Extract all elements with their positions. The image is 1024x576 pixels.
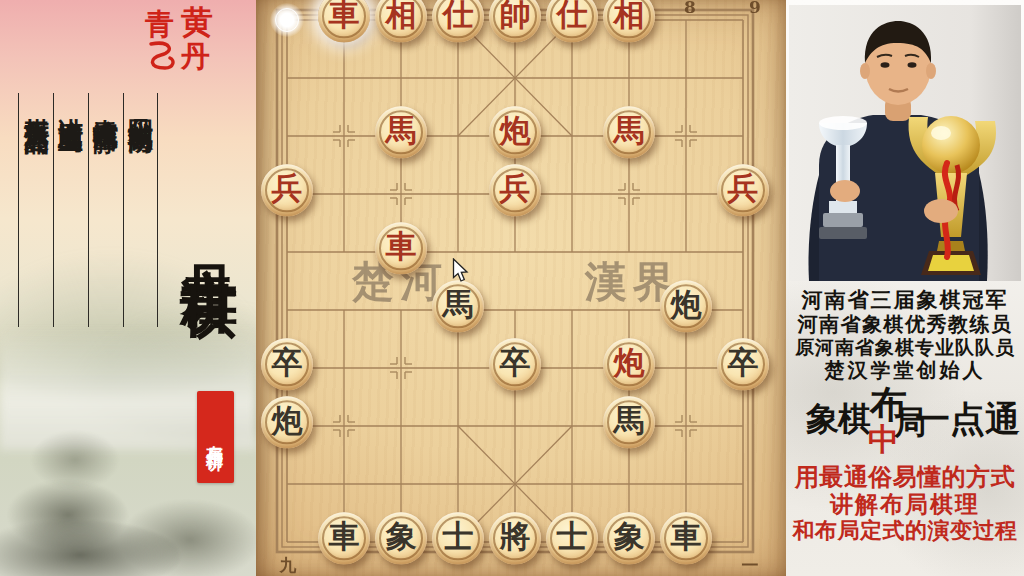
piece-glyph: 馬 (443, 284, 474, 326)
piece-glyph: 卒 (728, 342, 759, 384)
piece-glyph: 炮 (500, 110, 531, 152)
bio-line-1: 河南省三届象棋冠军 (786, 286, 1024, 314)
poem-column-4: 棋玄不厌通高品 (19, 98, 53, 298)
board-grid: 楚河漢界89九一 (256, 0, 786, 576)
piece-glyph: 相 (614, 0, 645, 36)
piece-glyph: 炮 (614, 342, 645, 384)
piece-glyph: 馬 (386, 110, 417, 152)
piece-glyph: 車 (329, 516, 360, 558)
logo-text: 象棋 (806, 402, 870, 435)
svg-text:9: 9 (749, 0, 761, 17)
xiangqi-board[interactable]: 楚河漢界89九一 車相仕帥仕相馬炮馬兵兵兵車炮馬炮卒卒卒炮馬車象士將士象車 (256, 0, 786, 576)
logo-accent-char: 中 (868, 424, 899, 455)
seal-flourish (145, 40, 179, 76)
piece-black-chariot[interactable]: 車 (318, 512, 370, 564)
seal-char: 青 (145, 10, 174, 39)
piece-black-elephant[interactable]: 象 (375, 512, 427, 564)
logo-text: 局 (894, 406, 926, 438)
mouse-cursor (452, 258, 470, 284)
piece-glyph: 車 (671, 516, 702, 558)
piece-glyph: 兵 (272, 168, 303, 210)
piece-glyph: 卒 (500, 342, 531, 384)
piece-black-pawn[interactable]: 卒 (489, 338, 541, 390)
piece-red-chariot[interactable]: 車 (375, 222, 427, 274)
piece-glyph: 將 (500, 516, 531, 558)
bio-line-4: 楚汉学堂创始人 (786, 357, 1024, 384)
channel-title: 丹青讲棋 (179, 86, 241, 376)
piece-glyph: 帥 (500, 0, 531, 36)
video-frame: 青 黄 丹 丹青讲棋 丹阳城南秋海阴 青嶂浅深当雨静 讲席旧逢山鸟至 棋玄不厌通… (0, 0, 1024, 576)
piece-glyph: 相 (386, 0, 417, 36)
piece-glyph: 炮 (272, 400, 303, 442)
seal-char: 丹 (181, 42, 210, 71)
poem-column-2: 青嶂浅深当雨静 (88, 98, 122, 298)
right-coach-panel: 河南省三届象棋冠军 河南省象棋优秀教练员 原河南省象棋专业队队员 楚汉学堂创始人… (786, 0, 1024, 576)
column-divider (157, 93, 158, 327)
piece-black-horse[interactable]: 馬 (603, 396, 655, 448)
piece-red-pawn[interactable]: 兵 (261, 164, 313, 216)
poem-column-1: 丹阳城南秋海阴 (123, 98, 157, 298)
left-calligraphy-panel: 青 黄 丹 丹青讲棋 丹阳城南秋海阴 青嶂浅深当雨静 讲席旧逢山鸟至 棋玄不厌通… (0, 0, 256, 576)
seal-char: 黄 (181, 6, 213, 38)
piece-black-advisor[interactable]: 士 (432, 512, 484, 564)
piece-black-chariot[interactable]: 車 (660, 512, 712, 564)
piece-glyph: 馬 (614, 110, 645, 152)
piece-black-cannon[interactable]: 炮 (660, 280, 712, 332)
slogan-line-3: 和布局定式的演变过程 (786, 516, 1024, 546)
logo-text: 一点通 (915, 401, 1020, 436)
piece-glyph: 仕 (443, 0, 474, 36)
piece-red-horse[interactable]: 馬 (375, 106, 427, 158)
piece-black-cannon[interactable]: 炮 (261, 396, 313, 448)
bio-line-2: 河南省象棋优秀教练员 (786, 311, 1024, 338)
piece-glyph: 兵 (500, 168, 531, 210)
coach-photo (789, 5, 1021, 281)
piece-black-advisor[interactable]: 士 (546, 512, 598, 564)
piece-glyph: 士 (443, 516, 474, 558)
piece-red-horse[interactable]: 馬 (603, 106, 655, 158)
red-seal-logo: 青 黄 丹 (143, 6, 215, 76)
piece-red-pawn[interactable]: 兵 (489, 164, 541, 216)
piece-red-pawn[interactable]: 兵 (717, 164, 769, 216)
piece-glyph: 炮 (671, 284, 702, 326)
svg-text:一: 一 (742, 555, 759, 575)
piece-black-pawn[interactable]: 卒 (717, 338, 769, 390)
piece-red-cannon[interactable]: 炮 (489, 106, 541, 158)
piece-black-elephant[interactable]: 象 (603, 512, 655, 564)
poem-column-3: 讲席旧逢山鸟至 (53, 98, 87, 298)
last-move-origin-marker (270, 3, 304, 37)
piece-glyph: 象 (614, 516, 645, 558)
svg-text:8: 8 (684, 0, 696, 17)
logo-text: 布 (870, 386, 907, 423)
piece-glyph: 兵 (728, 168, 759, 210)
piece-black-black-king[interactable]: 將 (489, 512, 541, 564)
piece-black-horse[interactable]: 馬 (432, 280, 484, 332)
piece-black-pawn[interactable]: 卒 (261, 338, 313, 390)
piece-glyph: 車 (329, 0, 360, 36)
svg-text:九: 九 (279, 555, 297, 575)
piece-glyph: 士 (557, 516, 588, 558)
piece-glyph: 象 (386, 516, 417, 558)
piece-red-cannon[interactable]: 炮 (603, 338, 655, 390)
piece-glyph: 車 (386, 226, 417, 268)
piece-glyph: 卒 (272, 342, 303, 384)
piece-glyph: 馬 (614, 400, 645, 442)
piece-glyph: 仕 (557, 0, 588, 36)
series-badge: 布局精讲 (197, 391, 234, 483)
